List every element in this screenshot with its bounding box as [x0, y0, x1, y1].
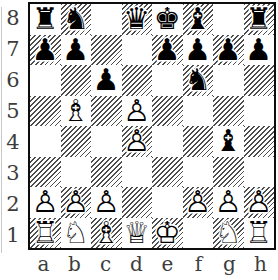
square-g4: ♝♝ [213, 126, 244, 157]
piece-white-pawn: ♟♙ [213, 187, 244, 218]
piece-white-king: ♚♔ [152, 218, 183, 249]
rank-label-5: 5 [0, 95, 26, 126]
square-d8: ♛♛ [122, 4, 153, 35]
file-label-b: b [59, 250, 90, 278]
piece-white-bishop: ♝♗ [61, 96, 92, 127]
piece-black-pawn: ♟♟ [244, 35, 275, 66]
file-label-a: a [28, 250, 59, 278]
square-g6 [213, 65, 244, 96]
white-queen-glyph: ♕ [123, 218, 150, 248]
piece-black-pawn: ♟♟ [183, 35, 214, 66]
square-d2 [122, 187, 153, 218]
piece-black-bishop: ♝♝ [213, 126, 244, 157]
rank-label-3: 3 [0, 157, 26, 188]
white-rook-glyph: ♖ [245, 218, 272, 248]
square-b3 [61, 157, 92, 188]
piece-black-pawn: ♟♟ [61, 35, 92, 66]
piece-black-rook: ♜♜ [30, 4, 61, 35]
piece-black-pawn: ♟♟ [30, 35, 61, 66]
black-rook-glyph: ♜ [32, 4, 59, 34]
square-f7: ♟♟ [183, 35, 214, 66]
square-f5 [183, 96, 214, 127]
piece-white-queen: ♛♕ [122, 218, 153, 249]
file-label-h: h [245, 250, 276, 278]
square-f3 [183, 157, 214, 188]
square-a2: ♟♙ [30, 187, 61, 218]
rank-label-1: 1 [0, 219, 26, 250]
square-e2 [152, 187, 183, 218]
square-h2: ♟♙ [244, 187, 275, 218]
square-a1: ♜♖ [30, 218, 61, 249]
black-rook-glyph: ♜ [245, 4, 272, 34]
piece-white-knight: ♞♘ [61, 218, 92, 249]
white-pawn-glyph: ♙ [184, 187, 211, 217]
black-knight-glyph: ♞ [184, 65, 211, 95]
black-pawn-glyph: ♟ [32, 35, 59, 65]
square-c8 [91, 4, 122, 35]
file-label-e: e [152, 250, 183, 278]
square-d5: ♟♙ [122, 96, 153, 127]
square-c5 [91, 96, 122, 127]
white-pawn-glyph: ♙ [93, 187, 120, 217]
square-c7 [91, 35, 122, 66]
square-h7: ♟♟ [244, 35, 275, 66]
black-pawn-glyph: ♟ [154, 35, 181, 65]
piece-white-rook: ♜♖ [30, 218, 61, 249]
white-bishop-glyph: ♗ [62, 96, 89, 126]
piece-black-pawn: ♟♟ [91, 65, 122, 96]
square-b8: ♞♞ [61, 4, 92, 35]
square-b1: ♞♘ [61, 218, 92, 249]
white-knight-glyph: ♘ [215, 218, 242, 248]
rank-label-2: 2 [0, 188, 26, 219]
square-d7 [122, 35, 153, 66]
rank-labels: 87654321 [0, 2, 26, 250]
square-h8: ♜♜ [244, 4, 275, 35]
piece-white-pawn: ♟♙ [244, 187, 275, 218]
square-f6: ♞♞ [183, 65, 214, 96]
square-d6 [122, 65, 153, 96]
piece-black-pawn: ♟♟ [152, 35, 183, 66]
piece-white-pawn: ♟♙ [183, 187, 214, 218]
square-c4 [91, 126, 122, 157]
square-b2: ♟♙ [61, 187, 92, 218]
square-h1: ♜♖ [244, 218, 275, 249]
square-g8 [213, 4, 244, 35]
square-f1 [183, 218, 214, 249]
white-pawn-glyph: ♙ [215, 187, 242, 217]
square-g7: ♟♟ [213, 35, 244, 66]
white-knight-glyph: ♘ [62, 218, 89, 248]
chess-board: ♜♜♞♞♛♛♚♚♝♝♜♜♟♟♟♟♟♟♟♟♟♟♟♟♟♟♞♞♝♗♟♙♟♙♝♝♟♙♟♙… [28, 2, 276, 250]
piece-black-pawn: ♟♟ [213, 35, 244, 66]
white-bishop-glyph: ♗ [93, 218, 120, 248]
piece-white-pawn: ♟♙ [122, 126, 153, 157]
square-c3 [91, 157, 122, 188]
black-pawn-glyph: ♟ [93, 65, 120, 95]
black-pawn-glyph: ♟ [215, 35, 242, 65]
square-h6 [244, 65, 275, 96]
black-pawn-glyph: ♟ [62, 35, 89, 65]
square-e3 [152, 157, 183, 188]
black-pawn-glyph: ♟ [184, 35, 211, 65]
square-e7: ♟♟ [152, 35, 183, 66]
rank-label-6: 6 [0, 64, 26, 95]
white-pawn-glyph: ♙ [123, 96, 150, 126]
square-c2: ♟♙ [91, 187, 122, 218]
rank-label-7: 7 [0, 33, 26, 64]
piece-black-knight: ♞♞ [61, 4, 92, 35]
square-g2: ♟♙ [213, 187, 244, 218]
file-label-f: f [183, 250, 214, 278]
white-rook-glyph: ♖ [32, 218, 59, 248]
white-king-glyph: ♔ [154, 218, 181, 248]
square-e6 [152, 65, 183, 96]
piece-white-knight: ♞♘ [213, 218, 244, 249]
square-a5 [30, 96, 61, 127]
piece-white-pawn: ♟♙ [30, 187, 61, 218]
black-pawn-glyph: ♟ [245, 35, 272, 65]
black-bishop-glyph: ♝ [215, 126, 242, 156]
piece-white-pawn: ♟♙ [61, 187, 92, 218]
square-a7: ♟♟ [30, 35, 61, 66]
file-labels: abcdefgh [28, 250, 276, 278]
piece-white-pawn: ♟♙ [91, 187, 122, 218]
piece-white-rook: ♜♖ [244, 218, 275, 249]
square-b4 [61, 126, 92, 157]
black-bishop-glyph: ♝ [184, 4, 211, 34]
square-b5: ♝♗ [61, 96, 92, 127]
file-label-c: c [90, 250, 121, 278]
square-e4 [152, 126, 183, 157]
square-b6 [61, 65, 92, 96]
square-f4 [183, 126, 214, 157]
square-b7: ♟♟ [61, 35, 92, 66]
square-c6: ♟♟ [91, 65, 122, 96]
black-queen-glyph: ♛ [123, 4, 150, 34]
square-a4 [30, 126, 61, 157]
square-d4: ♟♙ [122, 126, 153, 157]
file-label-d: d [121, 250, 152, 278]
square-d1: ♛♕ [122, 218, 153, 249]
piece-black-rook: ♜♜ [244, 4, 275, 35]
rank-label-8: 8 [0, 2, 26, 33]
piece-white-bishop: ♝♗ [91, 218, 122, 249]
square-h3 [244, 157, 275, 188]
square-h4 [244, 126, 275, 157]
square-a8: ♜♜ [30, 4, 61, 35]
piece-black-queen: ♛♛ [122, 4, 153, 35]
square-e8: ♚♚ [152, 4, 183, 35]
chess-diagram: 87654321 ♜♜♞♞♛♛♚♚♝♝♜♜♟♟♟♟♟♟♟♟♟♟♟♟♟♟♞♞♝♗♟… [0, 0, 278, 280]
square-e1: ♚♔ [152, 218, 183, 249]
black-knight-glyph: ♞ [62, 4, 89, 34]
white-pawn-glyph: ♙ [32, 187, 59, 217]
file-label-g: g [214, 250, 245, 278]
square-f2: ♟♙ [183, 187, 214, 218]
square-a6 [30, 65, 61, 96]
rank-label-4: 4 [0, 126, 26, 157]
square-d3 [122, 157, 153, 188]
square-a3 [30, 157, 61, 188]
square-h5 [244, 96, 275, 127]
square-g5 [213, 96, 244, 127]
square-g1: ♞♘ [213, 218, 244, 249]
square-g3 [213, 157, 244, 188]
square-c1: ♝♗ [91, 218, 122, 249]
white-pawn-glyph: ♙ [123, 126, 150, 156]
black-king-glyph: ♚ [154, 4, 181, 34]
white-pawn-glyph: ♙ [245, 187, 272, 217]
piece-black-king: ♚♚ [152, 4, 183, 35]
piece-black-bishop: ♝♝ [183, 4, 214, 35]
white-pawn-glyph: ♙ [62, 187, 89, 217]
square-e5 [152, 96, 183, 127]
piece-black-knight: ♞♞ [183, 65, 214, 96]
piece-white-pawn: ♟♙ [122, 96, 153, 127]
square-f8: ♝♝ [183, 4, 214, 35]
